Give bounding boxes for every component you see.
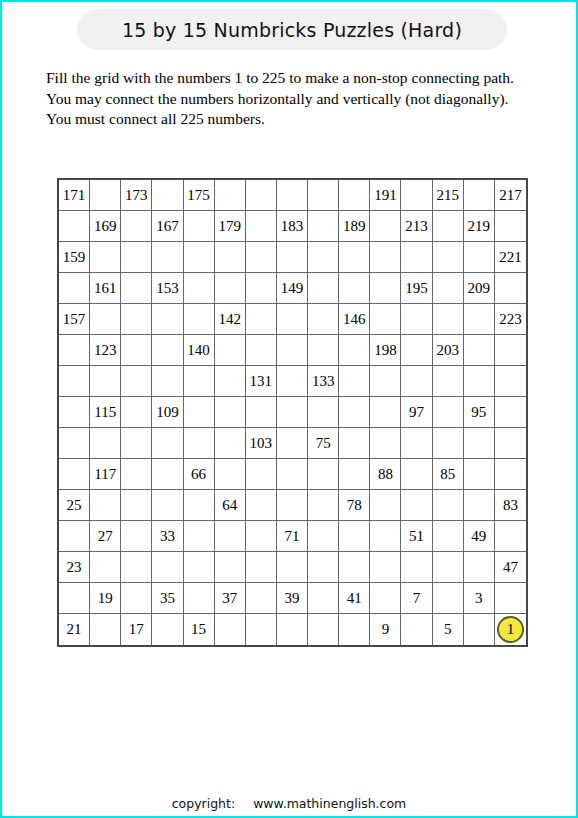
- grid-cell[interactable]: [370, 211, 401, 242]
- grid-cell: 49: [464, 521, 495, 552]
- grid-cell[interactable]: [152, 366, 183, 397]
- grid-cell[interactable]: [401, 180, 432, 211]
- grid-cell[interactable]: [433, 242, 464, 273]
- grid-cell[interactable]: [401, 552, 432, 583]
- footer: copyright:www.mathinenglish.com: [2, 796, 576, 811]
- grid-cell[interactable]: [433, 304, 464, 335]
- grid-cell: 1: [495, 614, 526, 645]
- grid-cell[interactable]: [370, 428, 401, 459]
- grid-cell: 27: [90, 521, 121, 552]
- grid-cell[interactable]: [121, 366, 152, 397]
- grid-cell: 7: [401, 583, 432, 614]
- grid-cell[interactable]: [184, 552, 215, 583]
- grid-cell[interactable]: [308, 335, 339, 366]
- grid-cell[interactable]: [308, 180, 339, 211]
- grid-cell: 157: [59, 304, 90, 335]
- grid-cell[interactable]: [339, 614, 370, 645]
- grid-cell: 51: [401, 521, 432, 552]
- grid-cell[interactable]: [184, 397, 215, 428]
- grid-cell[interactable]: [90, 242, 121, 273]
- grid-cell[interactable]: [215, 397, 246, 428]
- grid-cell[interactable]: [277, 490, 308, 521]
- grid-cell[interactable]: [370, 242, 401, 273]
- grid-cell[interactable]: [433, 521, 464, 552]
- grid-cell: 88: [370, 459, 401, 490]
- grid-cell[interactable]: [59, 583, 90, 614]
- grid-cell[interactable]: [308, 211, 339, 242]
- grid-cell[interactable]: [90, 490, 121, 521]
- grid-cell[interactable]: [370, 583, 401, 614]
- grid-cell[interactable]: [401, 242, 432, 273]
- grid-cell[interactable]: [121, 521, 152, 552]
- grid-cell: 5: [433, 614, 464, 645]
- grid-cell: 21: [59, 614, 90, 645]
- grid-cell[interactable]: [215, 335, 246, 366]
- grid-cell: 66: [184, 459, 215, 490]
- grid-cell[interactable]: [495, 397, 526, 428]
- grid-cell[interactable]: [433, 428, 464, 459]
- grid-cell: 175: [184, 180, 215, 211]
- grid-cell: 33: [152, 521, 183, 552]
- grid-cell[interactable]: [59, 211, 90, 242]
- grid-cell: 131: [246, 366, 277, 397]
- grid-cell[interactable]: [308, 614, 339, 645]
- grid-cell[interactable]: [215, 521, 246, 552]
- grid-cell[interactable]: [90, 304, 121, 335]
- grid-cell: 213: [401, 211, 432, 242]
- grid-cell[interactable]: [152, 242, 183, 273]
- grid-cell[interactable]: [339, 521, 370, 552]
- grid-cell[interactable]: [433, 366, 464, 397]
- grid-cell[interactable]: [370, 273, 401, 304]
- grid-cell: 159: [59, 242, 90, 273]
- grid-cell[interactable]: [495, 335, 526, 366]
- grid-cell[interactable]: [339, 273, 370, 304]
- grid-cell[interactable]: [401, 366, 432, 397]
- grid-cell[interactable]: [495, 428, 526, 459]
- grid-cell[interactable]: [184, 428, 215, 459]
- grid-cell[interactable]: [464, 304, 495, 335]
- grid-cell[interactable]: [401, 428, 432, 459]
- grid-cell: 17: [121, 614, 152, 645]
- grid-cell[interactable]: [184, 366, 215, 397]
- copyright-label: copyright:: [172, 796, 235, 811]
- grid-cell: 140: [184, 335, 215, 366]
- grid-cell[interactable]: [184, 490, 215, 521]
- grid-cell: 83: [495, 490, 526, 521]
- grid-cell[interactable]: [370, 304, 401, 335]
- grid-cell[interactable]: [184, 273, 215, 304]
- grid-cell[interactable]: [277, 180, 308, 211]
- instruction-line-3: You must connect all 225 numbers.: [46, 109, 546, 130]
- grid-cell[interactable]: [246, 614, 277, 645]
- grid-cell: 209: [464, 273, 495, 304]
- grid-cell[interactable]: [464, 552, 495, 583]
- start-cell-highlight: 1: [497, 616, 524, 643]
- grid-cell[interactable]: [339, 459, 370, 490]
- grid-cell: 173: [121, 180, 152, 211]
- grid-cell[interactable]: [121, 397, 152, 428]
- grid-cell[interactable]: [308, 273, 339, 304]
- grid-cell[interactable]: [464, 490, 495, 521]
- grid-cell[interactable]: [339, 552, 370, 583]
- grid-cell[interactable]: [339, 335, 370, 366]
- grid-cell: 97: [401, 397, 432, 428]
- grid-cell[interactable]: [152, 428, 183, 459]
- grid-cell[interactable]: [246, 490, 277, 521]
- grid-cell: 35: [152, 583, 183, 614]
- grid-cell[interactable]: [464, 242, 495, 273]
- grid-cell: 203: [433, 335, 464, 366]
- instruction-line-2: You may connect the numbers horizontally…: [46, 89, 546, 110]
- grid-cell[interactable]: [495, 521, 526, 552]
- grid-cell[interactable]: [215, 614, 246, 645]
- grid-cell[interactable]: [433, 552, 464, 583]
- board: 1711731751912152171691671791831892132191…: [57, 178, 528, 647]
- grid-cell[interactable]: [246, 459, 277, 490]
- grid-cell: 217: [495, 180, 526, 211]
- grid-cell[interactable]: [246, 211, 277, 242]
- grid-cell[interactable]: [184, 211, 215, 242]
- grid-cell: 153: [152, 273, 183, 304]
- grid-cell[interactable]: [121, 428, 152, 459]
- grid-cell[interactable]: [433, 273, 464, 304]
- grid-cell[interactable]: [184, 242, 215, 273]
- grid-cell[interactable]: [339, 428, 370, 459]
- grid-cell: 41: [339, 583, 370, 614]
- grid-cell[interactable]: [152, 614, 183, 645]
- grid-cell[interactable]: [152, 304, 183, 335]
- grid-cell[interactable]: [152, 552, 183, 583]
- grid-cell[interactable]: [401, 304, 432, 335]
- grid-cell[interactable]: [246, 242, 277, 273]
- grid-cell[interactable]: [370, 521, 401, 552]
- instructions: Fill the grid with the numbers 1 to 225 …: [46, 68, 546, 130]
- grid-cell[interactable]: [246, 180, 277, 211]
- grid-cell[interactable]: [215, 242, 246, 273]
- grid-cell: 133: [308, 366, 339, 397]
- grid-cell[interactable]: [401, 614, 432, 645]
- grid-cell[interactable]: [464, 366, 495, 397]
- grid-cell: 109: [152, 397, 183, 428]
- page-title: 15 by 15 Numbricks Puzzles (Hard): [77, 9, 507, 50]
- grid-cell: 167: [152, 211, 183, 242]
- grid-cell[interactable]: [433, 490, 464, 521]
- grid-cell: 103: [246, 428, 277, 459]
- grid-cell: 221: [495, 242, 526, 273]
- grid-cell[interactable]: [121, 490, 152, 521]
- grid-cell[interactable]: [464, 180, 495, 211]
- grid-cell[interactable]: [277, 304, 308, 335]
- grid-cell: 189: [339, 211, 370, 242]
- grid-cell: 39: [277, 583, 308, 614]
- grid-cell: 75: [308, 428, 339, 459]
- grid-cell[interactable]: [215, 366, 246, 397]
- grid-cell: 223: [495, 304, 526, 335]
- grid-cell[interactable]: [215, 459, 246, 490]
- grid-cell[interactable]: [308, 459, 339, 490]
- instruction-line-1: Fill the grid with the numbers 1 to 225 …: [46, 68, 546, 89]
- grid-cell: 19: [90, 583, 121, 614]
- grid-cell: 195: [401, 273, 432, 304]
- grid-cell[interactable]: [90, 614, 121, 645]
- grid-cell[interactable]: [59, 335, 90, 366]
- grid-cell: 64: [215, 490, 246, 521]
- grid-cell[interactable]: [59, 366, 90, 397]
- grid-cell[interactable]: [495, 366, 526, 397]
- grid-cell[interactable]: [152, 459, 183, 490]
- grid-cell[interactable]: [121, 459, 152, 490]
- grid-cell[interactable]: [308, 397, 339, 428]
- grid-cell[interactable]: [433, 211, 464, 242]
- grid-cell[interactable]: [184, 583, 215, 614]
- grid-cell: 219: [464, 211, 495, 242]
- grid-cell[interactable]: [90, 366, 121, 397]
- grid-cell[interactable]: [59, 459, 90, 490]
- grid-cell[interactable]: [121, 304, 152, 335]
- grid-cell[interactable]: [433, 397, 464, 428]
- grid-cell[interactable]: [246, 397, 277, 428]
- grid-cell: 179: [215, 211, 246, 242]
- grid-cell[interactable]: [401, 490, 432, 521]
- grid-cell: 115: [90, 397, 121, 428]
- grid-cell: 215: [433, 180, 464, 211]
- grid-cell[interactable]: [184, 521, 215, 552]
- grid-cell[interactable]: [90, 428, 121, 459]
- grid-cell[interactable]: [464, 459, 495, 490]
- grid-cell[interactable]: [215, 428, 246, 459]
- grid-cell[interactable]: [246, 521, 277, 552]
- grid-cell[interactable]: [464, 428, 495, 459]
- grid-cell[interactable]: [464, 335, 495, 366]
- grid-cell[interactable]: [90, 180, 121, 211]
- grid-cell[interactable]: [370, 397, 401, 428]
- grid-cell[interactable]: [401, 335, 432, 366]
- grid-cell[interactable]: [121, 552, 152, 583]
- grid-cell[interactable]: [277, 397, 308, 428]
- grid-cell[interactable]: [121, 335, 152, 366]
- grid-cell[interactable]: [246, 552, 277, 583]
- grid-cell: 25: [59, 490, 90, 521]
- grid-cell[interactable]: [277, 242, 308, 273]
- grid-cell[interactable]: [246, 273, 277, 304]
- grid-cell[interactable]: [277, 614, 308, 645]
- grid-cell[interactable]: [308, 583, 339, 614]
- grid-cell: 23: [59, 552, 90, 583]
- grid-cell: 183: [277, 211, 308, 242]
- grid-cell[interactable]: [152, 180, 183, 211]
- grid-cell[interactable]: [495, 211, 526, 242]
- grid-cell[interactable]: [370, 366, 401, 397]
- grid-cell[interactable]: [121, 583, 152, 614]
- grid-cell[interactable]: [152, 490, 183, 521]
- grid-cell[interactable]: [277, 459, 308, 490]
- grid-cell: 9: [370, 614, 401, 645]
- grid-cell[interactable]: [277, 552, 308, 583]
- grid-cell: 169: [90, 211, 121, 242]
- grid-cell: 3: [464, 583, 495, 614]
- grid-cell[interactable]: [308, 242, 339, 273]
- grid-cell[interactable]: [433, 583, 464, 614]
- site-url: www.mathinenglish.com: [253, 796, 406, 811]
- grid-cell[interactable]: [59, 397, 90, 428]
- grid-cell[interactable]: [246, 335, 277, 366]
- grid-cell[interactable]: [339, 180, 370, 211]
- grid-cell[interactable]: [184, 304, 215, 335]
- grid-cell[interactable]: [308, 521, 339, 552]
- grid-cell[interactable]: [401, 459, 432, 490]
- grid-cell: 37: [215, 583, 246, 614]
- page-title-text: 15 by 15 Numbricks Puzzles (Hard): [122, 19, 462, 41]
- grid-cell[interactable]: [59, 273, 90, 304]
- grid-cell[interactable]: [308, 490, 339, 521]
- grid-cell: 95: [464, 397, 495, 428]
- grid-cell: 15: [184, 614, 215, 645]
- grid-cell: 71: [277, 521, 308, 552]
- grid-cell: 142: [215, 304, 246, 335]
- grid-cell[interactable]: [495, 583, 526, 614]
- grid-cell[interactable]: [121, 242, 152, 273]
- grid-cell[interactable]: [90, 552, 121, 583]
- grid-cell[interactable]: [121, 273, 152, 304]
- grid-cell[interactable]: [152, 335, 183, 366]
- grid-cell: 161: [90, 273, 121, 304]
- grid-cell[interactable]: [277, 366, 308, 397]
- grid-cell[interactable]: [121, 211, 152, 242]
- grid-cell: 171: [59, 180, 90, 211]
- grid-cell[interactable]: [308, 552, 339, 583]
- grid-cell[interactable]: [59, 428, 90, 459]
- grid-cell[interactable]: [339, 397, 370, 428]
- grid-cell: 85: [433, 459, 464, 490]
- grid-cell: 191: [370, 180, 401, 211]
- grid-cell[interactable]: [370, 490, 401, 521]
- grid-cell[interactable]: [308, 304, 339, 335]
- grid-cell: 198: [370, 335, 401, 366]
- grid-cell[interactable]: [370, 552, 401, 583]
- grid-cell[interactable]: [277, 428, 308, 459]
- grid-cell: 149: [277, 273, 308, 304]
- grid-cell[interactable]: [495, 459, 526, 490]
- grid-cell[interactable]: [339, 242, 370, 273]
- grid-cell: 117: [90, 459, 121, 490]
- grid-cell[interactable]: [215, 180, 246, 211]
- grid-cell[interactable]: [495, 273, 526, 304]
- grid-cell[interactable]: [246, 304, 277, 335]
- grid-cell[interactable]: [215, 552, 246, 583]
- worksheet-page: 15 by 15 Numbricks Puzzles (Hard) Fill t…: [0, 0, 578, 818]
- grid-cell: 47: [495, 552, 526, 583]
- grid-cell[interactable]: [215, 273, 246, 304]
- grid-cell[interactable]: [246, 583, 277, 614]
- grid-cell[interactable]: [339, 366, 370, 397]
- grid-cell: 78: [339, 490, 370, 521]
- grid-cell: 146: [339, 304, 370, 335]
- grid-cell[interactable]: [59, 521, 90, 552]
- grid-cell: 123: [90, 335, 121, 366]
- grid-cell[interactable]: [464, 614, 495, 645]
- grid-cell[interactable]: [277, 335, 308, 366]
